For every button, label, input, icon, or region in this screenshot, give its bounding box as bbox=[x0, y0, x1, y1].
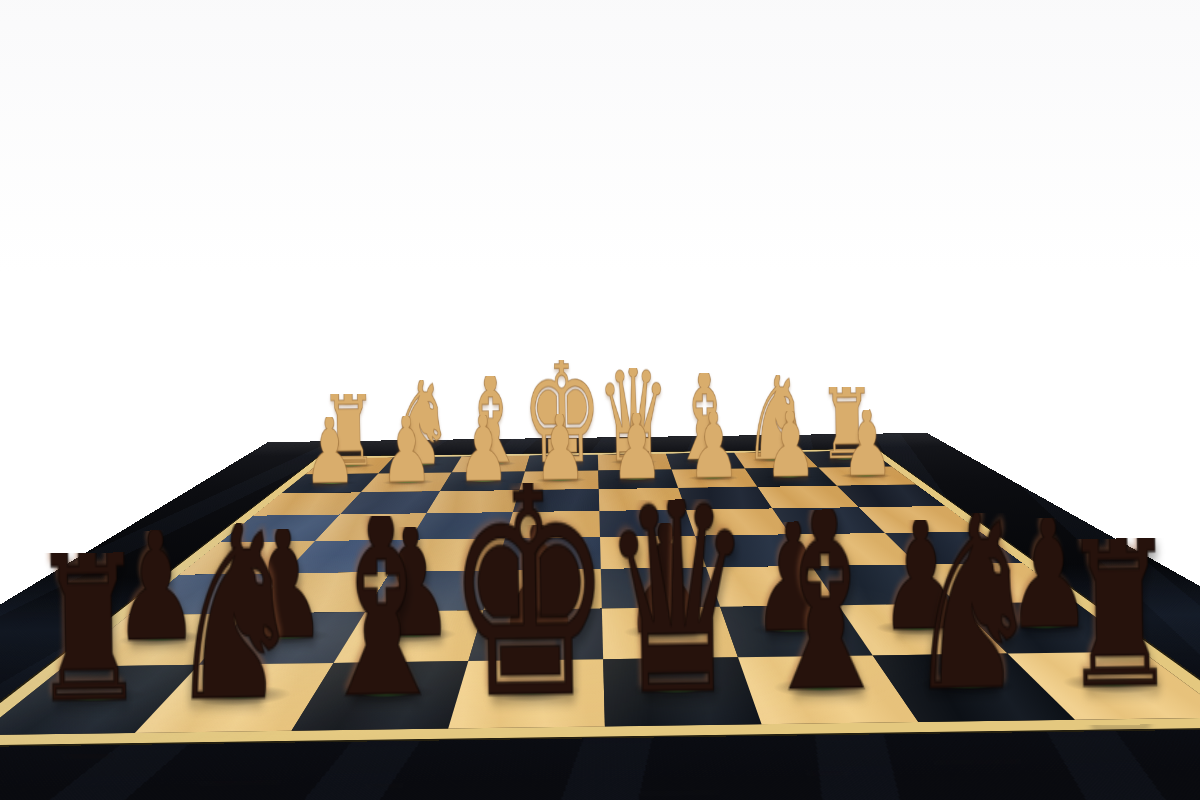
piece-black-queen-d8: ♛ bbox=[599, 498, 754, 699]
square-f8: ♝♝ bbox=[292, 661, 469, 731]
square-c8: ♝♝ bbox=[738, 655, 918, 724]
board-grid: ♜♜♞♞♝♝♚♚♛♛♝♝♞♞♜♜♟♟♟♟♟♟♟♟♟♟♟♟♟♟♟♟♟♟♟♟♟♟♟♟… bbox=[0, 451, 1200, 735]
piece-reflection: ♝ bbox=[311, 701, 456, 800]
piece-reflection: ♛ bbox=[602, 697, 757, 800]
square-e8: ♚♚ bbox=[448, 659, 605, 728]
piece-reflection: ♝ bbox=[755, 695, 900, 800]
chess-board: ♜♜♞♞♝♝♚♚♛♛♝♝♞♞♜♜♟♟♟♟♟♟♟♟♟♟♟♟♟♟♟♟♟♟♟♟♟♟♟♟… bbox=[0, 433, 1200, 800]
piece-black-bishop-f8: ♝ bbox=[309, 515, 454, 703]
piece-reflection: ♜ bbox=[1062, 689, 1180, 800]
piece-black-rook-a8: ♜ bbox=[1059, 538, 1177, 691]
perspective-scene: ♜♜♞♞♝♝♚♚♛♛♝♝♞♞♜♜♟♟♟♟♟♟♟♟♟♟♟♟♟♟♟♟♟♟♟♟♟♟♟♟… bbox=[0, 0, 1200, 800]
piece-reflection: ♚ bbox=[447, 700, 616, 800]
photo-background: ♜♜♞♞♝♝♚♚♛♛♝♝♞♞♜♜♟♟♟♟♟♟♟♟♟♟♟♟♟♟♟♟♟♟♟♟♟♟♟♟… bbox=[0, 0, 1200, 800]
piece-black-rook-h8: ♜ bbox=[29, 552, 147, 705]
piece-reflection: ♞ bbox=[166, 703, 306, 800]
piece-reflection: ♜ bbox=[31, 704, 149, 800]
square-d8: ♛♛ bbox=[603, 657, 761, 726]
piece-black-bishop-c8: ♝ bbox=[752, 508, 897, 696]
piece-black-knight-b8: ♞ bbox=[902, 512, 1042, 694]
board-playing-area: ♜♜♞♞♝♝♚♚♛♛♝♝♞♞♜♜♟♟♟♟♟♟♟♟♟♟♟♟♟♟♟♟♟♟♟♟♟♟♟♟… bbox=[0, 449, 1200, 746]
piece-reflection: ♞ bbox=[905, 692, 1045, 800]
piece-black-king-e8: ♚ bbox=[444, 482, 613, 703]
piece-black-knight-g8: ♞ bbox=[164, 523, 304, 705]
